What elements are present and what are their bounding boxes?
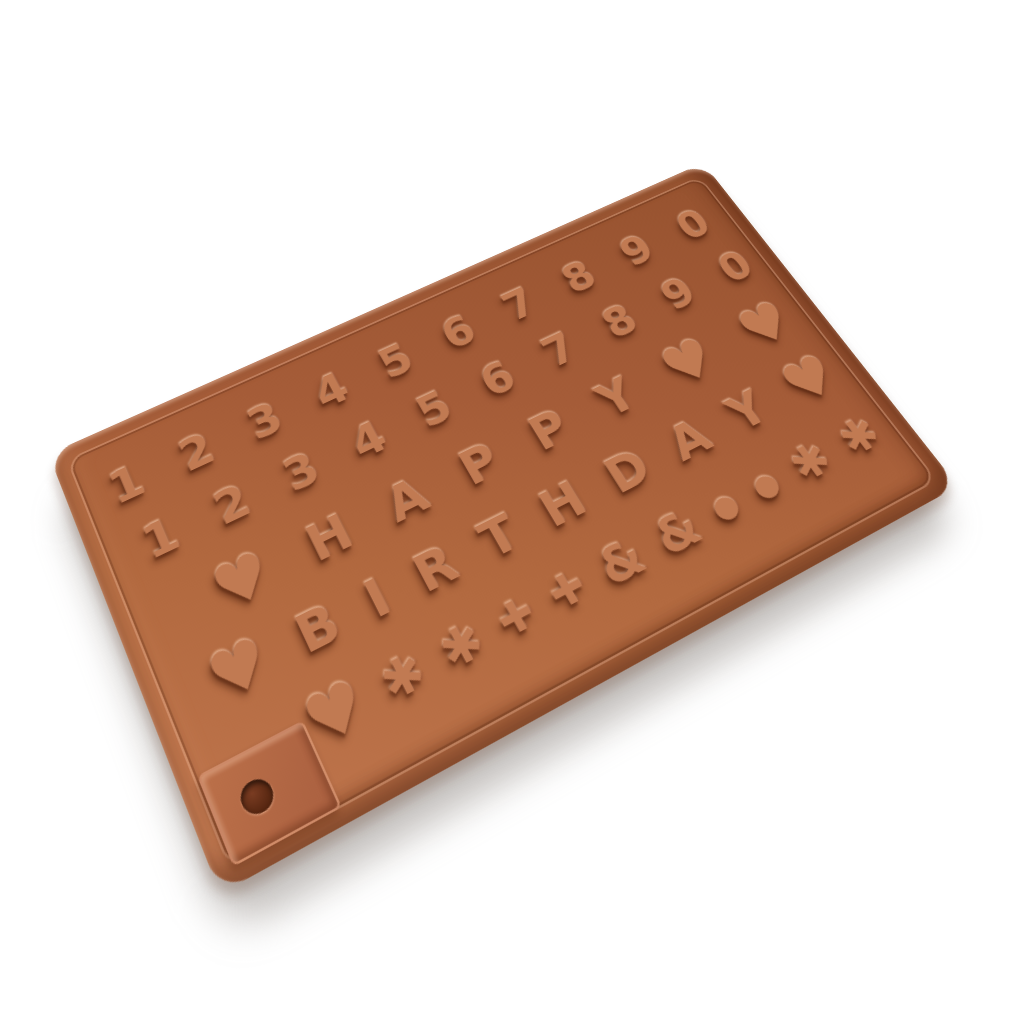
mold-cavity-letter: A [660, 412, 719, 468]
mold-cavity-digit: 2 [173, 426, 221, 478]
mold-cavity-letter: H [532, 474, 595, 535]
mold-cavity-digit: 3 [276, 445, 325, 498]
mold-cavity-heart: ♥ [728, 293, 802, 357]
mold-cavity-star: ✱ [432, 614, 492, 678]
mold-cavity-dot: ● [705, 488, 745, 525]
mold-cavity-digit: 0 [710, 244, 759, 288]
mold-cavity-digit: 9 [653, 271, 702, 316]
mold-cavity-heart: ♥ [199, 626, 279, 712]
mold-cavity-letter: D [597, 442, 659, 501]
mold-cavity-heart: ♥ [651, 329, 726, 395]
mold-cavity-letter: I [357, 571, 398, 626]
mold-cavity-digit: 7 [495, 281, 543, 326]
mold-cavity-plus: ✚ [490, 590, 542, 644]
product-photo-scene: 1234567890 1234567890 ♥HAPPY♥♥ ♥BIRTHDAY… [0, 0, 1024, 1024]
mold-cavity-digit: 8 [555, 255, 603, 299]
mold-cavity-letter: H [299, 507, 360, 570]
mold-cavity-letter: R [406, 538, 466, 601]
mold-cavity-letter: A [378, 470, 436, 530]
mold-cavity-digit: 8 [595, 298, 644, 344]
mold-cavity-digit: 5 [409, 384, 458, 434]
chocolate-mold: 1234567890 1234567890 ♥HAPPY♥♥ ♥BIRTHDAY… [48, 163, 958, 894]
mold-cavity-letter: P [452, 436, 508, 493]
mold-cavity-digit: 3 [241, 395, 289, 446]
mold-cavity-digit: 6 [473, 354, 522, 403]
mold-cavity-heart: ♥ [204, 541, 281, 621]
mold-cavity-amp: & [646, 502, 709, 563]
mold-cavity-digit: 2 [207, 477, 256, 532]
mold-cavity-letter: P [521, 403, 577, 458]
mold-cavity-digit: 4 [307, 365, 355, 414]
mold-cavity-letter: B [288, 596, 348, 662]
mold-cavity-digit: 4 [344, 414, 393, 466]
mold-cavity-star: ✱ [781, 435, 840, 489]
mold-cavity-star: ✱ [373, 644, 433, 709]
mold-cavity-digit: 0 [669, 203, 717, 245]
mold-cavity-letter: Y [589, 371, 644, 424]
mold-cavity-digit: 1 [102, 457, 150, 511]
mold-cavity-digit: 9 [612, 229, 660, 272]
mold-cavity-dot: ● [746, 467, 785, 504]
mold-cavity-heart: ♥ [771, 346, 848, 413]
hanging-hole [236, 774, 278, 820]
mold-cavity-digit: 7 [534, 326, 583, 373]
mold-cavity-digit: 1 [136, 510, 185, 566]
mold-cavity-letter: T [471, 507, 527, 566]
mold-cavity-letter: Y [719, 384, 776, 438]
mold-cavity-digit: 5 [371, 337, 419, 385]
mold-cavity-digit: 6 [434, 309, 482, 356]
mold-cavity-star: ✱ [830, 410, 889, 463]
mold-cavity-amp: & [589, 531, 653, 594]
mold-cavity-plus: ✚ [541, 564, 593, 617]
